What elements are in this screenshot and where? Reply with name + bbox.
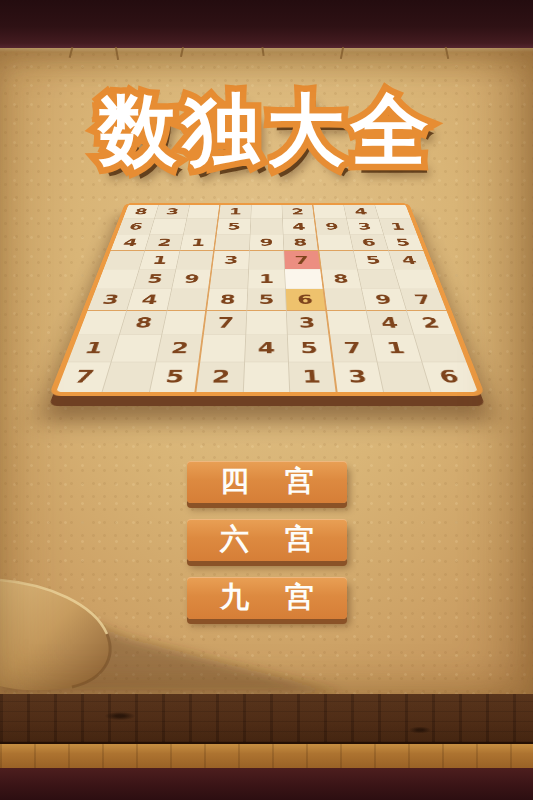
- cell-r9c2[interactable]: [103, 362, 156, 392]
- cell-r1c1[interactable]: 8: [123, 205, 159, 219]
- cell-r2c5[interactable]: [250, 219, 283, 234]
- cell-r3c8[interactable]: 6: [350, 234, 388, 251]
- paper-background: 数独大全 数独大全 831246549314219865137545918348…: [0, 48, 533, 694]
- cell-r9c7[interactable]: 3: [333, 362, 384, 392]
- cell-r3c6[interactable]: 8: [284, 234, 319, 251]
- cell-r5c8[interactable]: [358, 269, 400, 289]
- wood-plank-dark: [0, 694, 533, 744]
- top-dark-bar: [0, 0, 533, 48]
- cell-r5c6[interactable]: [285, 269, 324, 289]
- cell-r6c4[interactable]: 8: [207, 289, 248, 311]
- cell-r4c3[interactable]: [176, 251, 215, 269]
- cell-r8c9[interactable]: [414, 335, 466, 362]
- cell-r1c8[interactable]: 4: [344, 205, 379, 219]
- cell-r5c1[interactable]: [96, 269, 140, 289]
- cell-r3c7[interactable]: [317, 234, 354, 251]
- cell-r4c6[interactable]: 7: [284, 251, 321, 269]
- cell-r3c3[interactable]: 1: [180, 234, 217, 251]
- cell-r7c5[interactable]: [246, 311, 288, 335]
- cell-r8c4[interactable]: [201, 335, 246, 362]
- cell-r2c9[interactable]: 1: [379, 219, 417, 234]
- cell-r4c1[interactable]: [104, 251, 146, 269]
- torn-paper-edge: [0, 48, 533, 52]
- cell-r2c2[interactable]: [150, 219, 187, 234]
- app-screen: 数独大全 数独大全 831246549314219865137545918348…: [0, 0, 533, 800]
- cell-r1c7[interactable]: [313, 205, 347, 219]
- cell-r9c4[interactable]: 2: [197, 362, 245, 392]
- paper-nick: [180, 47, 184, 57]
- cell-r7c2[interactable]: 8: [120, 311, 167, 335]
- cell-r5c4[interactable]: [210, 269, 249, 289]
- cell-r4c9[interactable]: 4: [389, 251, 431, 269]
- cell-r9c9[interactable]: 6: [422, 362, 478, 392]
- cell-r5c3[interactable]: 9: [172, 269, 213, 289]
- cell-r1c4[interactable]: 1: [219, 205, 252, 219]
- cell-r6c3[interactable]: [167, 289, 210, 311]
- cell-r9c3[interactable]: 5: [150, 362, 201, 392]
- cell-r2c4[interactable]: 5: [217, 219, 251, 234]
- button-9x9-mode[interactable]: 九 宫: [187, 577, 347, 619]
- button-4x4-mode[interactable]: 四 宫: [187, 461, 347, 503]
- sudoku-board: 8312465493142198651375459183485697873421…: [48, 203, 485, 396]
- app-title-text: 数独大全: [0, 86, 533, 176]
- cell-r5c2[interactable]: 5: [134, 269, 176, 289]
- cell-r2c7[interactable]: 9: [315, 219, 350, 234]
- wood-plank-light: [0, 744, 533, 768]
- cell-r6c1[interactable]: 3: [87, 289, 133, 311]
- bottom-dark-bar: [0, 768, 533, 800]
- board-frame: 8312465493142198651375459183485697873421…: [48, 203, 485, 396]
- cell-r4c2[interactable]: 1: [140, 251, 180, 269]
- cell-r3c9[interactable]: 5: [384, 234, 424, 251]
- cell-r8c7[interactable]: 7: [330, 335, 378, 362]
- cell-r8c6[interactable]: 5: [288, 335, 333, 362]
- cell-r6c5[interactable]: 5: [247, 289, 287, 311]
- cell-r2c3[interactable]: [184, 219, 219, 234]
- cell-r8c3[interactable]: 2: [156, 335, 204, 362]
- cell-r7c9[interactable]: 2: [407, 311, 456, 335]
- cell-r3c4[interactable]: [215, 234, 250, 251]
- cell-r6c2[interactable]: 4: [127, 289, 172, 311]
- cell-r8c5[interactable]: 4: [245, 335, 289, 362]
- app-title: 数独大全 数独大全: [0, 86, 533, 196]
- mode-menu: 四 宫 六 宫 九 宫: [187, 461, 347, 619]
- cell-r6c8[interactable]: 9: [362, 289, 407, 311]
- cell-r6c9[interactable]: 7: [400, 289, 446, 311]
- cell-r1c5[interactable]: [251, 205, 283, 219]
- cell-r6c7[interactable]: [324, 289, 367, 311]
- cell-r4c7[interactable]: [319, 251, 358, 269]
- cell-r7c7[interactable]: [327, 311, 372, 335]
- cell-r8c2[interactable]: [112, 335, 162, 362]
- sudoku-grid: 8312465493142198651375459183485697873421…: [56, 205, 478, 392]
- cell-r1c2[interactable]: 3: [155, 205, 190, 219]
- cell-r2c6[interactable]: 4: [283, 219, 317, 234]
- cell-r5c5[interactable]: 1: [248, 269, 286, 289]
- cell-r1c9[interactable]: [375, 205, 411, 219]
- cell-r4c8[interactable]: 5: [354, 251, 394, 269]
- cell-r5c9[interactable]: [394, 269, 438, 289]
- cell-r5c7[interactable]: 8: [321, 269, 362, 289]
- cell-r4c4[interactable]: 3: [213, 251, 250, 269]
- cell-r9c5[interactable]: [244, 362, 291, 392]
- cell-r6c6[interactable]: 6: [286, 289, 327, 311]
- cell-r4c5[interactable]: [249, 251, 285, 269]
- cell-r9c6[interactable]: 1: [289, 362, 337, 392]
- cell-r7c4[interactable]: 7: [204, 311, 247, 335]
- cell-r7c6[interactable]: 3: [287, 311, 330, 335]
- cell-r7c3[interactable]: [162, 311, 207, 335]
- cell-r1c6[interactable]: 2: [282, 205, 315, 219]
- cell-r3c2[interactable]: 2: [145, 234, 183, 251]
- cell-r1c3[interactable]: [187, 205, 221, 219]
- button-6x6-mode[interactable]: 六 宫: [187, 519, 347, 561]
- cell-r3c5[interactable]: 9: [250, 234, 285, 251]
- cell-r2c8[interactable]: 3: [347, 219, 384, 234]
- cell-r3c1[interactable]: 4: [111, 234, 151, 251]
- cell-r2c1[interactable]: 6: [117, 219, 155, 234]
